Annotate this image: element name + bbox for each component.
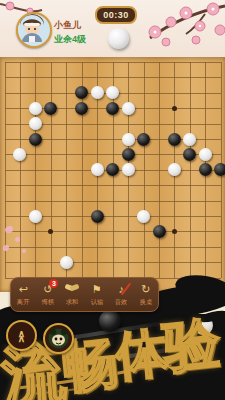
undo-icon: ↺3 (43, 282, 52, 297)
grid-line-vertical (190, 62, 191, 278)
grid-line-horizontal (5, 201, 221, 202)
toolbar-label: 认输 (90, 298, 103, 307)
toolbar-label: 离开 (17, 298, 30, 307)
grid-line-vertical (144, 62, 145, 278)
black-stone (75, 102, 88, 115)
player-rank: 业余4级 (54, 33, 86, 46)
toolbar-button-change-table[interactable]: ↻换桌 (134, 278, 159, 311)
chevron-up-icon: ∧∧ (18, 331, 25, 341)
grid-line-horizontal (5, 262, 221, 263)
black-stone (91, 210, 104, 223)
black-stone (199, 163, 212, 176)
white-stone (106, 86, 119, 99)
player-name: 小鱼儿 (54, 19, 81, 32)
toolbar-button-undo[interactable]: ↺3悔棋 (36, 278, 61, 311)
undo-count-badge: 3 (49, 279, 58, 288)
hoshi-star-point (172, 106, 177, 111)
black-stone (44, 102, 57, 115)
white-stone (13, 148, 26, 161)
toolbar-button-sound-muted[interactable]: ♪音效 (109, 278, 134, 311)
black-stone (214, 163, 225, 176)
toolbar-button-back-arrow[interactable]: ↩离开 (11, 278, 36, 311)
move-timer: 00:30 (95, 6, 137, 24)
white-stone (122, 102, 135, 115)
player-avatar[interactable] (16, 12, 52, 48)
white-stone (183, 133, 196, 146)
header-bar: 小鱼儿 业余4级 00:30 (0, 0, 225, 57)
black-stone (168, 133, 181, 146)
white-stone (91, 163, 104, 176)
black-stone (183, 148, 196, 161)
gomoku-app-screen: { "game": {"name": "五子棋 (Gomoku / Five-i… (0, 0, 225, 400)
black-stone (106, 102, 119, 115)
slogan-character: 验 (160, 305, 224, 386)
avatar-image (18, 14, 46, 42)
black-stone (122, 148, 135, 161)
hoshi-star-point (172, 229, 177, 234)
mascot-face-icon (48, 328, 69, 349)
white-stone (137, 210, 150, 223)
toolbar-label: 换桌 (139, 298, 152, 307)
white-stone (29, 210, 42, 223)
game-toolbar: ↩离开↺3悔棋求和⚑认输♪音效↻换桌 (10, 277, 159, 312)
grid-line-horizontal (5, 247, 221, 248)
white-stone (168, 163, 181, 176)
change-table-icon: ↻ (141, 282, 150, 297)
mute-slash-icon (120, 283, 132, 295)
back-arrow-icon: ↩ (19, 282, 28, 297)
grid-line-horizontal (5, 185, 221, 186)
toolbar-label: 音效 (115, 298, 128, 307)
black-stone (29, 133, 42, 146)
white-stone (29, 117, 42, 130)
white-stone (29, 102, 42, 115)
handshake-icon (65, 282, 79, 297)
gomoku-board[interactable] (0, 57, 225, 292)
turn-indicator-white-stone (108, 28, 129, 49)
mascot-button[interactable] (43, 323, 74, 354)
toolbar-button-surrender-flag[interactable]: ⚑认输 (85, 278, 110, 311)
grid-line-horizontal (5, 231, 221, 232)
toolbar-label: 悔棋 (41, 298, 54, 307)
grid-line-vertical (159, 62, 160, 278)
white-stone (122, 133, 135, 146)
white-stone (122, 163, 135, 176)
black-stone (137, 133, 150, 146)
black-stone (153, 225, 166, 238)
toolbar-label: 求和 (66, 298, 79, 307)
surrender-flag-icon: ⚑ (92, 282, 102, 297)
white-stone (60, 256, 73, 269)
sound-muted-icon: ♪ (119, 282, 125, 297)
white-stone (91, 86, 104, 99)
black-stone (106, 163, 119, 176)
toolbar-button-handshake[interactable]: 求和 (60, 278, 85, 311)
black-stone (75, 86, 88, 99)
white-stone (199, 148, 212, 161)
hoshi-star-point (48, 229, 53, 234)
expand-panel-button[interactable]: ∧∧ (6, 320, 37, 351)
